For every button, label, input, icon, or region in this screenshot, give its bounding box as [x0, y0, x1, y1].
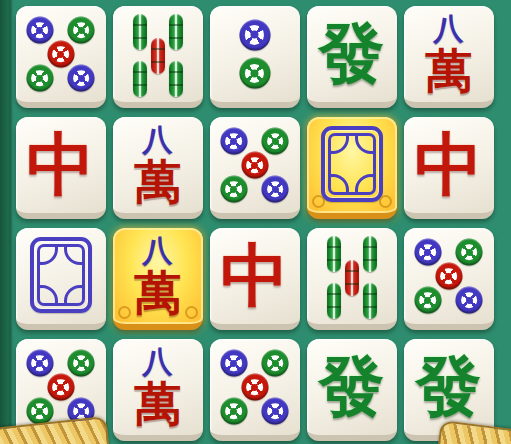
- green-bamboo-icon: [133, 61, 147, 97]
- blue-dot-icon: [262, 176, 289, 203]
- board-left-edge: [0, 0, 11, 444]
- white-dragon-corner-arc-tr: [355, 133, 376, 154]
- blue-dot-icon: [414, 239, 441, 266]
- mahjong-tile-dots-2[interactable]: [210, 6, 300, 108]
- red-dot-icon: [435, 263, 462, 290]
- board-cell-r1c4: 發: [303, 4, 400, 115]
- green-dot-icon: [262, 128, 289, 155]
- white-dragon-inner-frame: [328, 133, 376, 195]
- mahjong-tile-white-dragon-selected[interactable]: [307, 117, 397, 219]
- green-dot-icon: [262, 350, 289, 377]
- mahjong-tile-bamboo-5[interactable]: [113, 6, 203, 108]
- mahjong-tile-dots-5[interactable]: [16, 6, 106, 108]
- man-8-top-glyph: 八: [143, 347, 173, 377]
- mahjong-tile-dots-5[interactable]: [210, 339, 300, 441]
- mahjong-tile-man-8[interactable]: 八萬: [404, 6, 494, 108]
- board-cell-r3c3: 中: [206, 226, 303, 337]
- white-dragon-corner-arc-bl: [37, 285, 58, 306]
- board-cell-r3c4: [303, 226, 400, 337]
- blue-dot-icon: [68, 65, 95, 92]
- board-cell-r2c2: 八萬: [109, 115, 206, 226]
- mahjong-tile-red-dragon[interactable]: 中: [210, 228, 300, 330]
- man-8-glyphs: 八萬: [404, 6, 494, 102]
- board-cell-r2c3: [206, 115, 303, 226]
- mahjong-tile-green-dragon[interactable]: 發: [307, 6, 397, 108]
- man-8-bottom-glyph: 萬: [134, 158, 181, 205]
- mahjong-tile-bamboo-5[interactable]: [307, 228, 397, 330]
- red-dragon-glyph: 中: [210, 228, 300, 324]
- mahjong-tile-green-dragon[interactable]: 發: [307, 339, 397, 441]
- white-dragon-corner-arc-br: [64, 285, 85, 306]
- white-dragon-inner-frame: [37, 244, 85, 306]
- mahjong-tile-red-dragon[interactable]: 中: [16, 117, 106, 219]
- red-dot-icon: [47, 41, 74, 68]
- board-cell-r3c1: [12, 226, 109, 337]
- white-dragon-corner-arc-tr: [64, 244, 85, 265]
- board-cell-r2c1: 中: [12, 115, 109, 226]
- mahjong-tile-dots-5[interactable]: [404, 228, 494, 330]
- man-8-top-glyph: 八: [143, 125, 173, 155]
- green-dot-icon: [26, 398, 53, 425]
- white-dragon-corner-arc-br: [355, 174, 376, 195]
- red-dot-icon: [241, 152, 268, 179]
- white-dragon-corner-arc-bl: [328, 174, 349, 195]
- blue-dot-icon: [456, 287, 483, 314]
- green-dot-icon: [414, 287, 441, 314]
- mahjong-tile-white-dragon[interactable]: [16, 228, 106, 330]
- blue-dot-icon: [220, 128, 247, 155]
- green-dot-icon: [68, 350, 95, 377]
- board-cell-r1c5: 八萬: [400, 4, 497, 115]
- green-bamboo-icon: [133, 14, 147, 50]
- man-8-glyphs: 八萬: [113, 117, 203, 213]
- white-dragon-frame-icon: [30, 237, 92, 313]
- green-dot-icon: [68, 17, 95, 44]
- man-8-top-glyph: 八: [143, 236, 173, 266]
- green-bamboo-icon: [363, 283, 377, 319]
- board-cell-r1c2: [109, 4, 206, 115]
- board-cell-r2c4: [303, 115, 400, 226]
- green-dragon-glyph: 發: [307, 339, 397, 435]
- green-bamboo-icon: [327, 283, 341, 319]
- red-bamboo-icon: [151, 38, 165, 74]
- blue-dot-icon: [262, 398, 289, 425]
- gold-coins-decoration-right: [438, 420, 511, 444]
- mahjong-tile-man-8[interactable]: 八萬: [113, 339, 203, 441]
- green-dot-icon: [239, 58, 270, 89]
- board-cell-r4c4: 發: [303, 337, 400, 444]
- board-cell-r2c5: 中: [400, 115, 497, 226]
- game-screen: 發八萬中八萬中八萬中八萬發發: [0, 0, 511, 444]
- green-bamboo-icon: [169, 61, 183, 97]
- board-cell-r3c5: [400, 226, 497, 337]
- blue-dot-icon: [26, 17, 53, 44]
- board-cell-r3c2: 八萬: [109, 226, 206, 337]
- green-bamboo-icon: [169, 14, 183, 50]
- board-cell-r4c2: 八萬: [109, 337, 206, 444]
- mahjong-board: 發八萬中八萬中八萬中八萬發發: [12, 4, 497, 444]
- red-dot-icon: [241, 374, 268, 401]
- green-dot-icon: [220, 398, 247, 425]
- man-8-bottom-glyph: 萬: [134, 380, 181, 427]
- blue-dot-icon: [220, 350, 247, 377]
- blue-dot-icon: [239, 19, 270, 50]
- man-8-bottom-glyph: 萬: [425, 47, 472, 94]
- white-dragon-corner-arc-tl: [328, 133, 349, 154]
- mahjong-tile-man-8[interactable]: 八萬: [113, 117, 203, 219]
- red-dot-icon: [47, 374, 74, 401]
- board-cell-r4c3: [206, 337, 303, 444]
- red-dragon-glyph: 中: [16, 117, 106, 213]
- white-dragon-corner-arc-tl: [37, 244, 58, 265]
- green-dot-icon: [26, 65, 53, 92]
- man-8-glyphs: 八萬: [113, 339, 203, 435]
- green-bamboo-icon: [363, 236, 377, 272]
- blue-dot-icon: [26, 350, 53, 377]
- board-cell-r1c3: [206, 4, 303, 115]
- green-bamboo-icon: [327, 236, 341, 272]
- man-8-bottom-glyph: 萬: [134, 269, 181, 316]
- red-bamboo-icon: [345, 260, 359, 296]
- mahjong-tile-man-8-selected[interactable]: 八萬: [113, 228, 203, 330]
- red-dragon-glyph: 中: [404, 117, 494, 213]
- green-dot-icon: [456, 239, 483, 266]
- board-cell-r1c1: [12, 4, 109, 115]
- mahjong-tile-red-dragon[interactable]: 中: [404, 117, 494, 219]
- man-8-glyphs: 八萬: [113, 228, 203, 324]
- white-dragon-frame-icon: [321, 126, 383, 202]
- mahjong-tile-dots-5[interactable]: [210, 117, 300, 219]
- man-8-top-glyph: 八: [434, 14, 464, 44]
- green-dot-icon: [220, 176, 247, 203]
- green-dragon-glyph: 發: [307, 6, 397, 102]
